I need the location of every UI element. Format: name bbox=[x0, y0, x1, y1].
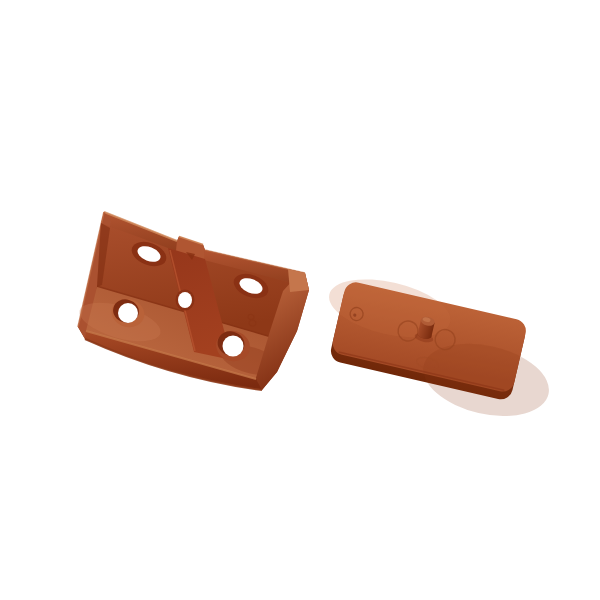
photo-canvas bbox=[0, 0, 600, 600]
bracket-right-tip-facet bbox=[288, 269, 309, 292]
screw-hole-lower-right-opening bbox=[223, 336, 244, 357]
web-hole-opening bbox=[178, 292, 192, 308]
web-hole-centre bbox=[176, 290, 195, 311]
product-photo bbox=[0, 0, 600, 600]
screw-hole-lower-left-opening bbox=[118, 303, 138, 323]
corner-bracket bbox=[75, 212, 309, 390]
cover-cap bbox=[311, 269, 565, 427]
